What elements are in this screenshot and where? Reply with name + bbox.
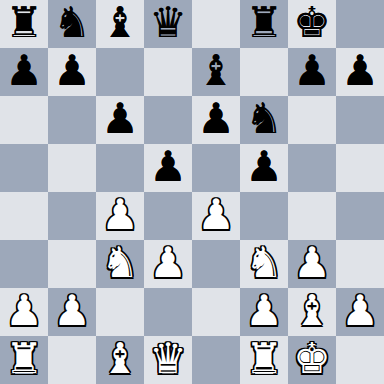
white-pawn[interactable]: ♟ [5, 287, 43, 335]
square-b7[interactable]: ♟ [48, 48, 96, 96]
black-pawn[interactable]: ♟ [197, 95, 235, 143]
square-c3[interactable]: ♞ [96, 240, 144, 288]
black-pawn[interactable]: ♟ [149, 143, 187, 191]
black-pawn[interactable]: ♟ [101, 95, 139, 143]
square-g1[interactable]: ♚ [288, 336, 336, 384]
square-a6[interactable] [0, 96, 48, 144]
square-e5[interactable] [192, 144, 240, 192]
white-pawn[interactable]: ♟ [197, 191, 235, 239]
white-pawn[interactable]: ♟ [293, 239, 331, 287]
white-rook[interactable]: ♜ [245, 335, 283, 383]
square-b6[interactable] [48, 96, 96, 144]
white-knight[interactable]: ♞ [101, 239, 139, 287]
square-f2[interactable]: ♟ [240, 288, 288, 336]
black-pawn[interactable]: ♟ [5, 47, 43, 95]
white-bishop[interactable]: ♝ [101, 335, 139, 383]
black-pawn[interactable]: ♟ [341, 47, 379, 95]
black-bishop[interactable]: ♝ [197, 47, 235, 95]
square-h7[interactable]: ♟ [336, 48, 384, 96]
square-c4[interactable]: ♟ [96, 192, 144, 240]
square-d2[interactable] [144, 288, 192, 336]
square-b2[interactable]: ♟ [48, 288, 96, 336]
white-queen[interactable]: ♛ [149, 335, 187, 383]
black-knight[interactable]: ♞ [245, 95, 283, 143]
square-f5[interactable]: ♟ [240, 144, 288, 192]
square-b8[interactable]: ♞ [48, 0, 96, 48]
square-a3[interactable] [0, 240, 48, 288]
white-pawn[interactable]: ♟ [341, 287, 379, 335]
black-pawn[interactable]: ♟ [53, 47, 91, 95]
square-a2[interactable]: ♟ [0, 288, 48, 336]
square-b5[interactable] [48, 144, 96, 192]
square-f8[interactable]: ♜ [240, 0, 288, 48]
square-h8[interactable] [336, 0, 384, 48]
chess-board: ♜♞♝♛♜♚♟♟♝♟♟♟♟♞♟♟♟♟♞♟♞♟♟♟♟♝♟♜♝♛♜♚ [0, 0, 384, 384]
square-a7[interactable]: ♟ [0, 48, 48, 96]
square-g4[interactable] [288, 192, 336, 240]
white-pawn[interactable]: ♟ [149, 239, 187, 287]
square-c1[interactable]: ♝ [96, 336, 144, 384]
black-pawn[interactable]: ♟ [293, 47, 331, 95]
square-g7[interactable]: ♟ [288, 48, 336, 96]
square-d7[interactable] [144, 48, 192, 96]
white-pawn[interactable]: ♟ [53, 287, 91, 335]
square-f7[interactable] [240, 48, 288, 96]
square-h5[interactable] [336, 144, 384, 192]
square-f1[interactable]: ♜ [240, 336, 288, 384]
square-e3[interactable] [192, 240, 240, 288]
square-g3[interactable]: ♟ [288, 240, 336, 288]
black-bishop[interactable]: ♝ [101, 0, 139, 47]
square-b1[interactable] [48, 336, 96, 384]
square-c6[interactable]: ♟ [96, 96, 144, 144]
square-a1[interactable]: ♜ [0, 336, 48, 384]
square-d1[interactable]: ♛ [144, 336, 192, 384]
black-rook[interactable]: ♜ [245, 0, 283, 47]
square-a8[interactable]: ♜ [0, 0, 48, 48]
square-g6[interactable] [288, 96, 336, 144]
square-d3[interactable]: ♟ [144, 240, 192, 288]
square-h6[interactable] [336, 96, 384, 144]
white-pawn[interactable]: ♟ [245, 287, 283, 335]
square-d8[interactable]: ♛ [144, 0, 192, 48]
black-king[interactable]: ♚ [293, 0, 331, 47]
square-g8[interactable]: ♚ [288, 0, 336, 48]
square-c2[interactable] [96, 288, 144, 336]
square-d4[interactable] [144, 192, 192, 240]
square-e6[interactable]: ♟ [192, 96, 240, 144]
square-g2[interactable]: ♝ [288, 288, 336, 336]
square-e7[interactable]: ♝ [192, 48, 240, 96]
square-b4[interactable] [48, 192, 96, 240]
black-queen[interactable]: ♛ [149, 0, 187, 47]
square-h4[interactable] [336, 192, 384, 240]
square-d6[interactable] [144, 96, 192, 144]
white-pawn[interactable]: ♟ [101, 191, 139, 239]
white-king[interactable]: ♚ [293, 335, 331, 383]
white-rook[interactable]: ♜ [5, 335, 43, 383]
square-g5[interactable] [288, 144, 336, 192]
square-c7[interactable] [96, 48, 144, 96]
square-f4[interactable] [240, 192, 288, 240]
square-e4[interactable]: ♟ [192, 192, 240, 240]
square-e2[interactable] [192, 288, 240, 336]
square-f6[interactable]: ♞ [240, 96, 288, 144]
white-knight[interactable]: ♞ [245, 239, 283, 287]
square-d5[interactable]: ♟ [144, 144, 192, 192]
square-f3[interactable]: ♞ [240, 240, 288, 288]
black-pawn[interactable]: ♟ [245, 143, 283, 191]
square-e8[interactable] [192, 0, 240, 48]
square-c8[interactable]: ♝ [96, 0, 144, 48]
square-h1[interactable] [336, 336, 384, 384]
black-knight[interactable]: ♞ [53, 0, 91, 47]
square-h3[interactable] [336, 240, 384, 288]
square-a4[interactable] [0, 192, 48, 240]
square-h2[interactable]: ♟ [336, 288, 384, 336]
square-e1[interactable] [192, 336, 240, 384]
square-b3[interactable] [48, 240, 96, 288]
square-c5[interactable] [96, 144, 144, 192]
square-a5[interactable] [0, 144, 48, 192]
black-rook[interactable]: ♜ [5, 0, 43, 47]
white-bishop[interactable]: ♝ [293, 287, 331, 335]
